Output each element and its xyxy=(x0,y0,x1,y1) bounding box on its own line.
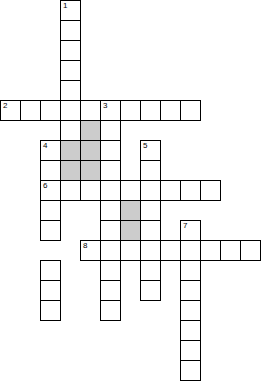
grid-cell[interactable] xyxy=(40,280,61,301)
clue-number: 3 xyxy=(103,101,107,110)
grid-cell[interactable] xyxy=(140,240,161,261)
grid-cell[interactable] xyxy=(220,240,241,261)
grid-cell[interactable] xyxy=(60,20,81,41)
grid-cell[interactable] xyxy=(180,280,201,301)
grid-cell[interactable] xyxy=(180,240,201,261)
grid-cell[interactable] xyxy=(180,180,201,201)
grid-cell[interactable] xyxy=(80,180,101,201)
grid-cell[interactable] xyxy=(140,200,161,221)
grid-cell[interactable]: 3 xyxy=(100,100,121,121)
grid-cell[interactable] xyxy=(40,160,61,181)
grid-cell[interactable] xyxy=(40,100,61,121)
grid-cell[interactable]: 1 xyxy=(60,0,81,21)
clue-number: 4 xyxy=(43,141,47,150)
grid-cell[interactable] xyxy=(100,180,121,201)
shaded-cell xyxy=(80,120,101,141)
clue-number: 7 xyxy=(183,221,187,230)
shaded-cell xyxy=(80,160,101,181)
grid-cell[interactable] xyxy=(100,200,121,221)
grid-cell[interactable] xyxy=(60,60,81,81)
grid-cell[interactable]: 2 xyxy=(0,100,21,121)
grid-cell[interactable] xyxy=(160,240,181,261)
clue-number: 1 xyxy=(63,1,67,10)
clue-number: 6 xyxy=(43,181,47,190)
grid-cell[interactable] xyxy=(140,160,161,181)
grid-cell[interactable] xyxy=(140,280,161,301)
grid-cell[interactable] xyxy=(100,220,121,241)
grid-cell[interactable] xyxy=(100,260,121,281)
shaded-cell xyxy=(80,140,101,161)
grid-cell[interactable] xyxy=(140,180,161,201)
grid-cell[interactable] xyxy=(40,260,61,281)
grid-cell[interactable] xyxy=(180,320,201,341)
grid-cell[interactable] xyxy=(40,300,61,321)
grid-cell[interactable] xyxy=(120,240,141,261)
grid-cell[interactable] xyxy=(60,180,81,201)
grid-cell[interactable]: 6 xyxy=(40,180,61,201)
clue-number: 5 xyxy=(143,141,147,150)
grid-cell[interactable] xyxy=(40,200,61,221)
grid-cell[interactable] xyxy=(200,240,221,261)
grid-cell[interactable] xyxy=(80,100,101,121)
grid-cell[interactable] xyxy=(40,220,61,241)
grid-cell[interactable] xyxy=(100,280,121,301)
grid-cell[interactable] xyxy=(180,340,201,361)
grid-cell[interactable] xyxy=(100,240,121,261)
grid-cell[interactable] xyxy=(180,260,201,281)
shaded-cell xyxy=(120,220,141,241)
shaded-cell xyxy=(120,200,141,221)
grid-cell[interactable] xyxy=(160,180,181,201)
grid-cell[interactable] xyxy=(240,240,261,261)
grid-cell[interactable] xyxy=(160,100,181,121)
grid-cell[interactable] xyxy=(60,120,81,141)
grid-cell[interactable] xyxy=(100,300,121,321)
grid-cell[interactable] xyxy=(140,220,161,241)
crossword-page: 12345678 xyxy=(0,0,261,381)
grid-cell[interactable] xyxy=(60,80,81,101)
grid-cell[interactable] xyxy=(140,100,161,121)
grid-cell[interactable]: 5 xyxy=(140,140,161,161)
grid-cell[interactable] xyxy=(120,100,141,121)
grid-cell[interactable] xyxy=(100,160,121,181)
grid-cell[interactable]: 7 xyxy=(180,220,201,241)
clue-number: 2 xyxy=(3,101,7,110)
grid-cell[interactable] xyxy=(140,260,161,281)
clue-number: 8 xyxy=(83,241,87,250)
grid-cell[interactable] xyxy=(120,180,141,201)
grid-cell[interactable] xyxy=(180,100,201,121)
grid-cell[interactable] xyxy=(100,120,121,141)
grid-cell[interactable]: 4 xyxy=(40,140,61,161)
grid-cell[interactable]: 8 xyxy=(80,240,101,261)
grid-cell[interactable] xyxy=(180,360,201,381)
shaded-cell xyxy=(60,160,81,181)
grid-cell[interactable] xyxy=(200,180,221,201)
grid-cell[interactable] xyxy=(100,140,121,161)
shaded-cell xyxy=(60,140,81,161)
grid-cell[interactable] xyxy=(180,300,201,321)
crossword-board: 12345678 xyxy=(0,0,261,381)
grid-cell[interactable] xyxy=(20,100,41,121)
grid-cell[interactable] xyxy=(60,40,81,61)
grid-cell[interactable] xyxy=(60,100,81,121)
